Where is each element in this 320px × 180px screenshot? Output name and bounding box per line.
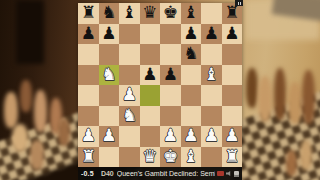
- square-g7[interactable]: ♟: [201, 24, 222, 45]
- square-a2[interactable]: ♟: [78, 126, 99, 147]
- square-h4[interactable]: [222, 85, 243, 106]
- piece-black-bishop[interactable]: ♝: [183, 4, 198, 21]
- wooden-piece: [34, 90, 47, 132]
- piece-white-queen[interactable]: ♛: [142, 148, 157, 165]
- square-d2[interactable]: [140, 126, 161, 147]
- square-h6[interactable]: [222, 44, 243, 65]
- square-c3[interactable]: ♞: [119, 106, 140, 127]
- square-e5[interactable]: ♟: [160, 65, 181, 86]
- square-c6[interactable]: [119, 44, 140, 65]
- square-f5[interactable]: [181, 65, 202, 86]
- square-c4[interactable]: ♟: [119, 85, 140, 106]
- video-frame: ♜♞♝♛♚♝♜♟♟♟♟♟♞♞♟♟♝♟♞♟♟♟♟♟♟♜♛♚♝♜ -0.5 D40 …: [0, 0, 320, 180]
- wooden-piece: [288, 82, 302, 124]
- square-f4[interactable]: [181, 85, 202, 106]
- square-f2[interactable]: ♟: [181, 126, 202, 147]
- square-e3[interactable]: [160, 106, 181, 127]
- square-d8[interactable]: ♛: [140, 3, 161, 24]
- square-a3[interactable]: [78, 106, 99, 127]
- piece-black-pawn[interactable]: ♟: [183, 25, 198, 42]
- square-h3[interactable]: [222, 106, 243, 127]
- square-c1[interactable]: [119, 147, 140, 168]
- square-f7[interactable]: ♟: [181, 24, 202, 45]
- piece-black-pawn[interactable]: ♟: [101, 25, 116, 42]
- square-e7[interactable]: [160, 24, 181, 45]
- square-g1[interactable]: [201, 147, 222, 168]
- piece-white-rook[interactable]: ♜: [81, 148, 96, 165]
- piece-black-rook[interactable]: ♜: [81, 4, 96, 21]
- square-d4[interactable]: [140, 85, 161, 106]
- square-f1[interactable]: ♝: [181, 147, 202, 168]
- square-b2[interactable]: ♟: [99, 126, 120, 147]
- engine-evaluation: -0.5: [81, 170, 94, 177]
- piece-white-king[interactable]: ♚: [163, 148, 178, 165]
- square-b7[interactable]: ♟: [99, 24, 120, 45]
- background-shadow: [16, 0, 44, 64]
- wooden-piece: [246, 68, 258, 108]
- wooden-piece: [58, 118, 70, 146]
- square-d5[interactable]: ♟: [140, 65, 161, 86]
- eco-code: D40: [101, 170, 114, 177]
- square-d7[interactable]: [140, 24, 161, 45]
- square-h7[interactable]: ♟: [222, 24, 243, 45]
- square-h5[interactable]: [222, 65, 243, 86]
- piece-black-pawn[interactable]: ♟: [204, 25, 219, 42]
- piece-black-bishop[interactable]: ♝: [122, 4, 137, 21]
- square-d6[interactable]: [140, 44, 161, 65]
- speaker-icon[interactable]: [226, 171, 232, 176]
- square-g8[interactable]: [201, 3, 222, 24]
- piece-black-pawn[interactable]: ♟: [142, 66, 157, 83]
- piece-white-rook[interactable]: ♜: [224, 148, 239, 165]
- square-d1[interactable]: ♛: [140, 147, 161, 168]
- piece-white-pawn[interactable]: ♟: [101, 127, 116, 144]
- square-a8[interactable]: ♜: [78, 3, 99, 24]
- square-a4[interactable]: [78, 85, 99, 106]
- piece-white-bishop[interactable]: ♝: [204, 66, 219, 83]
- square-b5[interactable]: ♞: [99, 65, 120, 86]
- square-b3[interactable]: [99, 106, 120, 127]
- piece-white-pawn[interactable]: ♟: [81, 127, 96, 144]
- square-g5[interactable]: ♝: [201, 65, 222, 86]
- piece-black-queen[interactable]: ♛: [142, 4, 157, 21]
- wooden-piece: [300, 140, 312, 170]
- square-e6[interactable]: [160, 44, 181, 65]
- square-b8[interactable]: ♞: [99, 3, 120, 24]
- square-d3[interactable]: [140, 106, 161, 127]
- piece-black-king[interactable]: ♚: [163, 4, 178, 21]
- piece-white-bishop[interactable]: ♝: [183, 148, 198, 165]
- piece-white-pawn[interactable]: ♟: [122, 86, 137, 103]
- wooden-piece: [4, 92, 18, 128]
- wooden-piece: [274, 68, 286, 120]
- square-h2[interactable]: ♟: [222, 126, 243, 147]
- square-e2[interactable]: ♟: [160, 126, 181, 147]
- square-a6[interactable]: [78, 44, 99, 65]
- square-b4[interactable]: [99, 85, 120, 106]
- square-f8[interactable]: ♝: [181, 3, 202, 24]
- opening-book-icon[interactable]: [234, 171, 239, 177]
- wooden-piece: [12, 124, 28, 152]
- square-c2[interactable]: [119, 126, 140, 147]
- square-g6[interactable]: [201, 44, 222, 65]
- square-a5[interactable]: [78, 65, 99, 86]
- piece-white-pawn[interactable]: ♟: [204, 127, 219, 144]
- square-h8[interactable]: ♜: [222, 3, 243, 24]
- square-g3[interactable]: [201, 106, 222, 127]
- square-f3[interactable]: [181, 106, 202, 127]
- piece-white-knight[interactable]: ♞: [101, 66, 116, 83]
- square-c8[interactable]: ♝: [119, 3, 140, 24]
- piece-white-pawn[interactable]: ♟: [163, 127, 178, 144]
- square-g2[interactable]: ♟: [201, 126, 222, 147]
- piece-black-pawn[interactable]: ♟: [81, 25, 96, 42]
- chess-board[interactable]: ♜♞♝♛♚♝♜♟♟♟♟♟♞♞♟♟♝♟♞♟♟♟♟♟♟♜♛♚♝♜: [78, 3, 242, 167]
- square-a7[interactable]: ♟: [78, 24, 99, 45]
- opening-name: Queen's Gambit Declined: Semi-Tarrasc...: [117, 170, 215, 177]
- square-a1[interactable]: ♜: [78, 147, 99, 168]
- square-c7[interactable]: [119, 24, 140, 45]
- wooden-piece: [302, 70, 315, 124]
- square-b6[interactable]: [99, 44, 120, 65]
- wooden-piece: [286, 150, 297, 176]
- piece-black-pawn[interactable]: ♟: [224, 25, 239, 42]
- square-f6[interactable]: ♞: [181, 44, 202, 65]
- square-g4[interactable]: [201, 85, 222, 106]
- square-e4[interactable]: [160, 85, 181, 106]
- piece-black-knight[interactable]: ♞: [183, 45, 198, 62]
- square-e8[interactable]: ♚: [160, 3, 181, 24]
- square-c5[interactable]: [119, 65, 140, 86]
- wooden-piece: [258, 76, 272, 122]
- overlay-menu-icon[interactable]: [235, 0, 243, 6]
- piece-black-rook[interactable]: ♜: [224, 4, 239, 21]
- square-b1[interactable]: [99, 147, 120, 168]
- piece-white-knight[interactable]: ♞: [122, 107, 137, 124]
- video-icon[interactable]: [217, 171, 224, 176]
- analysis-bar: -0.5 D40 Queen's Gambit Declined: Semi-T…: [78, 167, 242, 180]
- piece-black-pawn[interactable]: ♟: [163, 66, 178, 83]
- wooden-piece: [20, 80, 32, 112]
- bar-icons: [217, 171, 239, 177]
- square-h1[interactable]: ♜: [222, 147, 243, 168]
- piece-white-pawn[interactable]: ♟: [224, 127, 239, 144]
- piece-black-knight[interactable]: ♞: [101, 4, 116, 21]
- wooden-piece: [30, 140, 44, 170]
- square-e1[interactable]: ♚: [160, 147, 181, 168]
- piece-white-pawn[interactable]: ♟: [183, 127, 198, 144]
